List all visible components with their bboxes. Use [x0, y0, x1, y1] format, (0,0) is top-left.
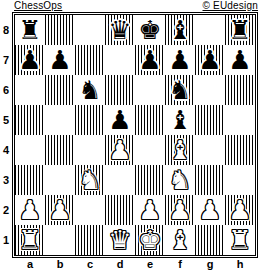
square-g6 — [195, 75, 225, 105]
square-h6 — [225, 75, 255, 105]
file-label-b: b — [45, 258, 75, 270]
square-b3 — [45, 165, 75, 195]
chess-board: ♜♛♚♝♜♟♟♟♟♟♟♞♞♟♝♟♝♞♞♟♟♟♟♟♟♜♛♚♝♜ — [12, 12, 258, 258]
square-c5 — [75, 105, 105, 135]
square-h8: ♜ — [225, 15, 255, 45]
square-e7: ♟ — [135, 45, 165, 75]
square-c1 — [75, 225, 105, 255]
rank-label-8: 8 — [0, 15, 12, 45]
square-c2 — [75, 195, 105, 225]
black-rook-h8: ♜ — [228, 15, 251, 45]
black-bishop-f8: ♝ — [168, 15, 191, 45]
square-f2: ♟ — [165, 195, 195, 225]
white-knight-f3: ♞ — [168, 165, 191, 195]
rank-label-3: 3 — [0, 165, 12, 195]
white-rook-a1: ♜ — [18, 225, 41, 255]
square-c4 — [75, 135, 105, 165]
square-d5: ♟ — [105, 105, 135, 135]
square-b7: ♟ — [45, 45, 75, 75]
board-grid: ♜♛♚♝♜♟♟♟♟♟♟♞♞♟♝♟♝♞♞♟♟♟♟♟♟♜♛♚♝♜ — [15, 15, 255, 255]
black-knight-c6: ♞ — [78, 75, 101, 105]
square-h2: ♟ — [225, 195, 255, 225]
square-a7: ♟ — [15, 45, 45, 75]
black-king-e8: ♚ — [138, 15, 161, 45]
square-b8 — [45, 15, 75, 45]
black-pawn-g7: ♟ — [198, 45, 221, 75]
square-g1 — [195, 225, 225, 255]
file-label-h: h — [225, 258, 255, 270]
black-queen-d8: ♛ — [108, 15, 131, 45]
rank-label-4: 4 — [0, 135, 12, 165]
white-pawn-g2: ♟ — [198, 195, 221, 225]
square-d4: ♟ — [105, 135, 135, 165]
square-h4 — [225, 135, 255, 165]
black-bishop-f5: ♝ — [168, 105, 191, 135]
square-d1: ♛ — [105, 225, 135, 255]
square-e6 — [135, 75, 165, 105]
square-b1 — [45, 225, 75, 255]
black-rook-a8: ♜ — [18, 15, 41, 45]
eudesign-credit-link[interactable]: © EUdesign — [202, 0, 258, 11]
square-c8 — [75, 15, 105, 45]
square-c3: ♞ — [75, 165, 105, 195]
white-pawn-e2: ♟ — [138, 195, 161, 225]
square-g5 — [195, 105, 225, 135]
black-pawn-h7: ♟ — [228, 45, 251, 75]
square-f1: ♝ — [165, 225, 195, 255]
square-f6: ♞ — [165, 75, 195, 105]
square-h5 — [225, 105, 255, 135]
square-a3 — [15, 165, 45, 195]
square-d2 — [105, 195, 135, 225]
black-pawn-e7: ♟ — [138, 45, 161, 75]
square-a4 — [15, 135, 45, 165]
square-g2: ♟ — [195, 195, 225, 225]
square-d3 — [105, 165, 135, 195]
file-label-a: a — [15, 258, 45, 270]
square-c7 — [75, 45, 105, 75]
white-pawn-d4: ♟ — [108, 135, 131, 165]
square-f8: ♝ — [165, 15, 195, 45]
chessops-title-link[interactable]: ChessOps — [14, 0, 62, 11]
square-a2: ♟ — [15, 195, 45, 225]
square-c6: ♞ — [75, 75, 105, 105]
square-e4 — [135, 135, 165, 165]
square-h3 — [225, 165, 255, 195]
square-g3 — [195, 165, 225, 195]
square-e2: ♟ — [135, 195, 165, 225]
square-d8: ♛ — [105, 15, 135, 45]
square-g8 — [195, 15, 225, 45]
square-h1: ♜ — [225, 225, 255, 255]
square-f4: ♝ — [165, 135, 195, 165]
square-a8: ♜ — [15, 15, 45, 45]
diagram-header: ChessOps © EUdesign — [14, 0, 258, 12]
square-g4 — [195, 135, 225, 165]
rank-label-6: 6 — [0, 75, 12, 105]
white-rook-h1: ♜ — [228, 225, 251, 255]
square-e8: ♚ — [135, 15, 165, 45]
white-pawn-b2: ♟ — [48, 195, 71, 225]
chessops-diagram-page: ChessOps © EUdesign 87654321 ♜♛♚♝♜♟♟♟♟♟♟… — [0, 0, 270, 270]
white-bishop-f1: ♝ — [168, 225, 191, 255]
white-pawn-h2: ♟ — [228, 195, 251, 225]
square-e5 — [135, 105, 165, 135]
rank-label-1: 1 — [0, 225, 12, 255]
file-label-f: f — [165, 258, 195, 270]
file-label-e: e — [135, 258, 165, 270]
black-pawn-b7: ♟ — [48, 45, 71, 75]
square-f3: ♞ — [165, 165, 195, 195]
file-label-c: c — [75, 258, 105, 270]
file-label-d: d — [105, 258, 135, 270]
square-b2: ♟ — [45, 195, 75, 225]
rank-label-7: 7 — [0, 45, 12, 75]
square-h7: ♟ — [225, 45, 255, 75]
white-king-e1: ♚ — [138, 225, 161, 255]
white-pawn-f2: ♟ — [168, 195, 191, 225]
file-labels: abcdefgh — [15, 258, 255, 270]
square-a5 — [15, 105, 45, 135]
square-b5 — [45, 105, 75, 135]
square-b4 — [45, 135, 75, 165]
black-pawn-a7: ♟ — [18, 45, 41, 75]
white-pawn-a2: ♟ — [18, 195, 41, 225]
square-e3 — [135, 165, 165, 195]
square-b6 — [45, 75, 75, 105]
square-d7 — [105, 45, 135, 75]
black-pawn-d5: ♟ — [108, 105, 131, 135]
square-d6 — [105, 75, 135, 105]
square-g7: ♟ — [195, 45, 225, 75]
square-f5: ♝ — [165, 105, 195, 135]
rank-label-2: 2 — [0, 195, 12, 225]
white-bishop-f4: ♝ — [168, 135, 191, 165]
black-pawn-f7: ♟ — [168, 45, 191, 75]
black-knight-f6: ♞ — [168, 75, 191, 105]
square-e1: ♚ — [135, 225, 165, 255]
rank-labels: 87654321 — [0, 15, 12, 255]
white-knight-c3: ♞ — [78, 165, 101, 195]
square-f7: ♟ — [165, 45, 195, 75]
square-a1: ♜ — [15, 225, 45, 255]
rank-label-5: 5 — [0, 105, 12, 135]
white-queen-d1: ♛ — [108, 225, 131, 255]
square-a6 — [15, 75, 45, 105]
file-label-g: g — [195, 258, 225, 270]
